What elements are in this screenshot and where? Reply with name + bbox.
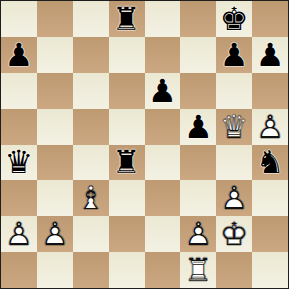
square-e6[interactable]: ♟ [145, 73, 181, 109]
piece-black-pawn[interactable]: ♟ [180, 109, 216, 145]
piece-black-rook[interactable]: ♜ [109, 1, 145, 37]
square-a6[interactable] [1, 73, 37, 109]
square-h2[interactable] [252, 216, 288, 252]
piece-white-pawn[interactable]: ♟ [216, 180, 252, 216]
square-c3[interactable]: ♝ [73, 180, 109, 216]
square-f2[interactable]: ♟ [180, 216, 216, 252]
square-c5[interactable] [73, 109, 109, 145]
square-g1[interactable] [216, 252, 252, 288]
square-h3[interactable] [252, 180, 288, 216]
piece-white-king[interactable]: ♚ [216, 216, 252, 252]
square-c1[interactable] [73, 252, 109, 288]
square-f3[interactable] [180, 180, 216, 216]
piece-black-king[interactable]: ♚ [216, 1, 252, 37]
square-b7[interactable] [37, 37, 73, 73]
square-b8[interactable] [37, 1, 73, 37]
square-a2[interactable]: ♟ [1, 216, 37, 252]
square-g3[interactable]: ♟ [216, 180, 252, 216]
square-c2[interactable] [73, 216, 109, 252]
square-c4[interactable] [73, 145, 109, 181]
piece-white-pawn[interactable]: ♟ [180, 216, 216, 252]
piece-white-pawn[interactable]: ♟ [1, 216, 37, 252]
square-h8[interactable] [252, 1, 288, 37]
square-g5[interactable]: ♛ [216, 109, 252, 145]
square-b6[interactable] [37, 73, 73, 109]
square-g7[interactable]: ♟ [216, 37, 252, 73]
piece-white-pawn[interactable]: ♟ [252, 109, 288, 145]
square-h7[interactable]: ♟ [252, 37, 288, 73]
piece-black-pawn[interactable]: ♟ [1, 37, 37, 73]
square-e3[interactable] [145, 180, 181, 216]
square-d4[interactable]: ♜ [109, 145, 145, 181]
square-f1[interactable]: ♜ [180, 252, 216, 288]
square-e8[interactable] [145, 1, 181, 37]
piece-black-pawn[interactable]: ♟ [252, 37, 288, 73]
square-g8[interactable]: ♚ [216, 1, 252, 37]
square-b1[interactable] [37, 252, 73, 288]
piece-black-queen[interactable]: ♛ [1, 145, 37, 181]
square-d3[interactable] [109, 180, 145, 216]
square-f5[interactable]: ♟ [180, 109, 216, 145]
square-g6[interactable] [216, 73, 252, 109]
square-b5[interactable] [37, 109, 73, 145]
piece-white-rook[interactable]: ♜ [180, 252, 216, 288]
square-e7[interactable] [145, 37, 181, 73]
square-d8[interactable]: ♜ [109, 1, 145, 37]
square-f6[interactable] [180, 73, 216, 109]
square-b4[interactable] [37, 145, 73, 181]
square-e4[interactable] [145, 145, 181, 181]
square-a5[interactable] [1, 109, 37, 145]
square-d5[interactable] [109, 109, 145, 145]
square-a8[interactable] [1, 1, 37, 37]
square-e2[interactable] [145, 216, 181, 252]
square-d1[interactable] [109, 252, 145, 288]
square-h5[interactable]: ♟ [252, 109, 288, 145]
piece-white-pawn[interactable]: ♟ [37, 216, 73, 252]
piece-white-queen[interactable]: ♛ [216, 109, 252, 145]
chess-board: ♜♚♟♟♟♟♟♛♟♛♜♞♝♟♟♟♟♚♜ [0, 0, 289, 289]
square-h6[interactable] [252, 73, 288, 109]
piece-black-rook[interactable]: ♜ [109, 145, 145, 181]
square-f4[interactable] [180, 145, 216, 181]
square-d7[interactable] [109, 37, 145, 73]
square-h4[interactable]: ♞ [252, 145, 288, 181]
square-f7[interactable] [180, 37, 216, 73]
square-a1[interactable] [1, 252, 37, 288]
square-d6[interactable] [109, 73, 145, 109]
square-g2[interactable]: ♚ [216, 216, 252, 252]
piece-black-pawn[interactable]: ♟ [216, 37, 252, 73]
square-c6[interactable] [73, 73, 109, 109]
square-e5[interactable] [145, 109, 181, 145]
square-f8[interactable] [180, 1, 216, 37]
square-b2[interactable]: ♟ [37, 216, 73, 252]
square-a3[interactable] [1, 180, 37, 216]
square-c7[interactable] [73, 37, 109, 73]
piece-black-pawn[interactable]: ♟ [145, 73, 181, 109]
piece-white-bishop[interactable]: ♝ [73, 180, 109, 216]
square-d2[interactable] [109, 216, 145, 252]
piece-black-knight[interactable]: ♞ [252, 145, 288, 181]
square-h1[interactable] [252, 252, 288, 288]
square-a4[interactable]: ♛ [1, 145, 37, 181]
square-c8[interactable] [73, 1, 109, 37]
square-a7[interactable]: ♟ [1, 37, 37, 73]
square-b3[interactable] [37, 180, 73, 216]
square-e1[interactable] [145, 252, 181, 288]
square-g4[interactable] [216, 145, 252, 181]
